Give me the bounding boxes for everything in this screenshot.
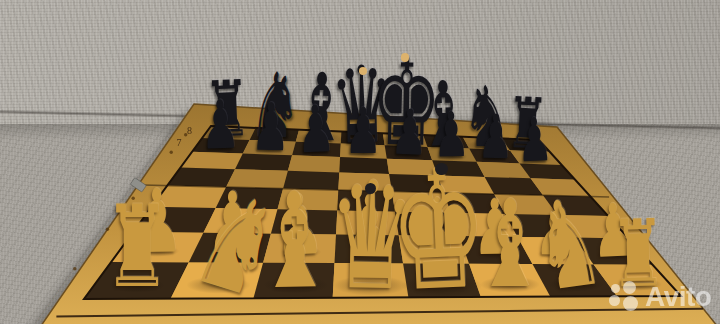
- square-c2: [263, 234, 336, 263]
- square-c1: [254, 263, 335, 298]
- avito-watermark: Avito: [607, 280, 711, 313]
- logo-circle-icon: [609, 295, 620, 306]
- square-e7: [385, 145, 433, 160]
- square-d3: [336, 211, 399, 236]
- rank-number-7: 7: [176, 137, 181, 148]
- square-e5: [389, 174, 444, 193]
- square-c6: [288, 155, 340, 172]
- square-e2: [399, 235, 469, 263]
- chess-board: ABCDEFGH87: [0, 0, 720, 324]
- logo-circle-icon: [611, 284, 620, 293]
- avito-logo-icon: [607, 280, 641, 313]
- square-e4: [392, 191, 451, 212]
- square-f7: [428, 147, 477, 162]
- square-e6: [387, 159, 438, 176]
- logo-circle-icon: [623, 296, 638, 311]
- square-b6: [235, 154, 292, 171]
- photo-scene: ABCDEFGH87 ♜♞♝♛♚♝♞♜♟♟♟♟♟♟♟♟♟♟♟♟♟♟♟♟♜♞♝♛♚…: [0, 0, 720, 324]
- square-d4: [337, 190, 395, 212]
- logo-circle-icon: [623, 281, 636, 294]
- watermark-text: Avito: [645, 281, 711, 313]
- square-e1: [403, 264, 481, 298]
- square-d1: [333, 263, 409, 298]
- rank-number-8: 8: [187, 125, 192, 136]
- square-c3: [271, 209, 337, 234]
- square-b7: [243, 140, 296, 155]
- square-c7: [292, 142, 341, 157]
- square-b3: [203, 208, 277, 234]
- square-b4: [216, 187, 283, 209]
- square-d6: [339, 157, 389, 174]
- square-c5: [283, 171, 339, 190]
- square-e3: [395, 212, 459, 236]
- square-b5: [226, 169, 288, 188]
- square-d2: [335, 235, 404, 264]
- square-d7: [340, 144, 387, 159]
- square-c4: [278, 189, 339, 211]
- square-d5: [338, 172, 392, 191]
- square-f6: [432, 160, 485, 177]
